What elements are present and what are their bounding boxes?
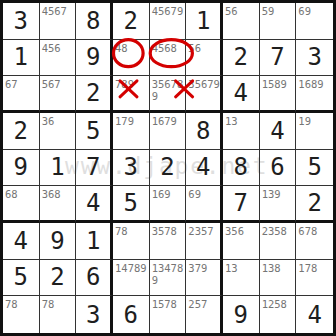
cell-r1c7[interactable]: 56 <box>223 3 260 40</box>
cell-r9c4[interactable]: 6 <box>113 296 150 333</box>
cell-r8c6[interactable]: 379 <box>186 260 223 297</box>
cell-r2c9[interactable]: 3 <box>296 40 333 77</box>
cell-r1c4[interactable]: 2 <box>113 3 150 40</box>
cell-r2c5[interactable]: 4568 <box>150 40 187 77</box>
cell-r8c7[interactable]: 13 <box>223 260 260 297</box>
cell-r7c4[interactable]: 78 <box>113 223 150 260</box>
cell-r5c5[interactable]: 2 <box>150 150 187 187</box>
cell-r5c4[interactable]: 3 <box>113 150 150 187</box>
cell-r3c2[interactable]: 567 <box>40 76 77 113</box>
cell-r7c1[interactable]: 4 <box>3 223 40 260</box>
cell-r6c1[interactable]: 68 <box>3 186 40 223</box>
cell-r7c2[interactable]: 9 <box>40 223 77 260</box>
cell-r4c1[interactable]: 2 <box>3 113 40 150</box>
cell-r2c3[interactable]: 9 <box>76 40 113 77</box>
cell-r6c8[interactable]: 139 <box>260 186 297 223</box>
cell-r8c1[interactable]: 5 <box>3 260 40 297</box>
cell-r4c2[interactable]: 36 <box>40 113 77 150</box>
cell-r6c9[interactable]: 2 <box>296 186 333 223</box>
cell-r7c5[interactable]: 3578 <box>150 223 187 260</box>
cell-r5c9[interactable]: 5 <box>296 150 333 187</box>
cell-r4c5[interactable]: 1679 <box>150 113 187 150</box>
cell-r3c6[interactable]: 35679 <box>186 76 223 113</box>
cell-r2c7[interactable]: 2 <box>223 40 260 77</box>
cell-r6c2[interactable]: 368 <box>40 186 77 223</box>
cell-r7c7[interactable]: 356 <box>223 223 260 260</box>
cell-r4c8[interactable]: 4 <box>260 113 297 150</box>
cell-r2c6[interactable]: 56 <box>186 40 223 77</box>
cell-r6c4[interactable]: 5 <box>113 186 150 223</box>
cell-r9c2[interactable]: 78 <box>40 296 77 333</box>
cell-r8c9[interactable]: 178 <box>296 260 333 297</box>
cell-r5c3[interactable]: 7 <box>76 150 113 187</box>
cell-r2c1[interactable]: 1 <box>3 40 40 77</box>
cell-r5c1[interactable]: 9 <box>3 150 40 187</box>
cell-r7c8[interactable]: 2358 <box>260 223 297 260</box>
sudoku-board: www.djape.net 34567824567915659691456948… <box>0 0 336 336</box>
cell-r9c9[interactable]: 4 <box>296 296 333 333</box>
cell-r7c3[interactable]: 1 <box>76 223 113 260</box>
cell-r5c6[interactable]: 4 <box>186 150 223 187</box>
cell-r3c3[interactable]: 2 <box>76 76 113 113</box>
cell-r4c3[interactable]: 5 <box>76 113 113 150</box>
cell-r1c5[interactable]: 45679 <box>150 3 187 40</box>
cell-r4c4[interactable]: 179 <box>113 113 150 150</box>
cell-r1c3[interactable]: 8 <box>76 3 113 40</box>
cell-r9c8[interactable]: 1258 <box>260 296 297 333</box>
cell-r6c5[interactable]: 169 <box>150 186 187 223</box>
cell-r3c7[interactable]: 4 <box>223 76 260 113</box>
cell-r1c2[interactable]: 4567 <box>40 3 77 40</box>
cell-r3c4[interactable]: 789 <box>113 76 150 113</box>
cell-r5c7[interactable]: 8 <box>223 150 260 187</box>
cell-r9c3[interactable]: 3 <box>76 296 113 333</box>
cell-r3c5[interactable]: 356789 <box>150 76 187 113</box>
cell-r7c6[interactable]: 2357 <box>186 223 223 260</box>
cell-r8c3[interactable]: 6 <box>76 260 113 297</box>
cell-r6c7[interactable]: 7 <box>223 186 260 223</box>
cell-r1c9[interactable]: 69 <box>296 3 333 40</box>
cell-r9c7[interactable]: 9 <box>223 296 260 333</box>
cell-r4c6[interactable]: 8 <box>186 113 223 150</box>
cell-r8c4[interactable]: 14789 <box>113 260 150 297</box>
cell-r3c1[interactable]: 67 <box>3 76 40 113</box>
cell-r9c5[interactable]: 1578 <box>150 296 187 333</box>
cell-r2c4[interactable]: 48 <box>113 40 150 77</box>
cell-r3c8[interactable]: 1589 <box>260 76 297 113</box>
cell-r6c6[interactable]: 69 <box>186 186 223 223</box>
cell-r3c9[interactable]: 1689 <box>296 76 333 113</box>
cell-r5c2[interactable]: 1 <box>40 150 77 187</box>
cell-r2c8[interactable]: 7 <box>260 40 297 77</box>
cell-r1c6[interactable]: 1 <box>186 3 223 40</box>
cell-r1c1[interactable]: 3 <box>3 3 40 40</box>
cell-r9c6[interactable]: 257 <box>186 296 223 333</box>
cell-r4c9[interactable]: 19 <box>296 113 333 150</box>
cell-r8c8[interactable]: 138 <box>260 260 297 297</box>
sudoku-grid: 3456782456791565969145694845685627367567… <box>3 3 333 333</box>
cell-r7c9[interactable]: 678 <box>296 223 333 260</box>
cell-r9c1[interactable]: 78 <box>3 296 40 333</box>
cell-r6c3[interactable]: 4 <box>76 186 113 223</box>
cell-r5c8[interactable]: 6 <box>260 150 297 187</box>
cell-r4c7[interactable]: 13 <box>223 113 260 150</box>
cell-r8c2[interactable]: 2 <box>40 260 77 297</box>
cell-r8c5[interactable]: 134789 <box>150 260 187 297</box>
cell-r2c2[interactable]: 456 <box>40 40 77 77</box>
cell-r1c8[interactable]: 59 <box>260 3 297 40</box>
